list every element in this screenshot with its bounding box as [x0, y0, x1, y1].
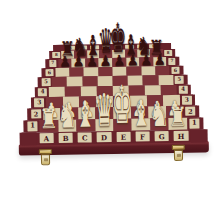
square-f7: ♟: [126, 58, 140, 67]
square-g5: [143, 75, 158, 85]
square-b1: ♞: [58, 119, 77, 132]
piece-black-pawn: ♟: [86, 53, 98, 68]
rank-label-left-7: 7: [47, 59, 58, 68]
rank-label-right-4: 4: [177, 84, 190, 95]
chess-set: ABCDEFGH8♜♞♝♛♚♝♞♜87♟♟♟♟♟♟♟♟7665544332♟♟♟…: [0, 0, 220, 200]
square-h7: ♟: [153, 57, 167, 66]
rank-label-right-5-label: 5: [175, 76, 184, 84]
frame-corner: [22, 132, 37, 145]
square-e1: ♚: [113, 118, 132, 131]
square-h5: [158, 75, 173, 85]
square-a7: ♟: [58, 59, 72, 68]
chess-board: ABCDEFGH8♜♞♝♛♚♝♞♜87♟♟♟♟♟♟♟♟7665544332♟♟♟…: [18, 42, 208, 145]
brass-clasp-right-icon: [172, 145, 185, 163]
square-a1: ♜: [40, 120, 59, 133]
piece-black-pawn: ♟: [127, 52, 139, 67]
square-e7: ♟: [112, 58, 126, 67]
piece-black-pawn: ♟: [140, 52, 152, 67]
piece-black-pawn: ♟: [100, 53, 112, 68]
clasp-hasp: [41, 154, 50, 165]
rank-label-right-4-label: 4: [178, 85, 187, 93]
square-a4: [49, 86, 65, 97]
rank-label-left-5: 5: [40, 77, 52, 87]
square-h6: [155, 66, 170, 75]
square-g1: ♞: [150, 118, 169, 131]
square-h1: ♜: [169, 117, 188, 130]
file-label-e: E: [114, 130, 133, 143]
square-b6: [69, 67, 84, 76]
square-c6: [84, 67, 99, 76]
file-label-b: B: [56, 131, 75, 144]
rank-label-left-7-label: 7: [49, 60, 57, 67]
file-label-g-label: G: [155, 131, 169, 142]
square-c7: ♟: [85, 58, 99, 67]
piece-black-pawn: ♟: [113, 52, 125, 67]
rank-label-right-7: 7: [167, 57, 178, 66]
square-a6: [55, 67, 70, 76]
rank-label-right-6-label: 6: [171, 66, 179, 74]
rank-label-left-4-label: 4: [38, 88, 47, 96]
square-f1: ♝: [132, 118, 151, 131]
clasp-hasp: [174, 150, 183, 161]
rank-label-right-5: 5: [173, 75, 185, 85]
file-label-h-label: H: [174, 131, 188, 142]
rank-label-right-7-label: 7: [168, 58, 176, 65]
square-a5: [52, 77, 67, 87]
file-label-d-label: D: [97, 132, 111, 143]
file-label-e-label: E: [116, 132, 130, 143]
brass-clasp-left-icon: [39, 149, 52, 167]
rank-label-left-4: 4: [36, 87, 49, 98]
square-c1: ♝: [76, 119, 95, 132]
square-d1: ♛: [95, 119, 114, 132]
rank-label-left-6-label: 6: [45, 69, 53, 77]
file-label-a: A: [37, 132, 56, 145]
piece-black-pawn: ♟: [154, 52, 166, 67]
rank-label-right-1-label: 1: [189, 118, 200, 128]
file-label-f: F: [133, 130, 152, 143]
rank-label-left-1-label: 1: [27, 121, 38, 131]
file-label-b-label: B: [58, 133, 72, 144]
piece-black-pawn: ♟: [72, 53, 84, 68]
rank-label-left-1: 1: [25, 120, 40, 132]
file-label-a-label: A: [39, 133, 53, 144]
piece-white-king: ♚: [111, 79, 133, 132]
piece-white-knight: ♞: [149, 98, 170, 131]
piece-white-rook: ♜: [39, 106, 58, 133]
file-label-f-label: F: [135, 131, 149, 142]
file-label-g: G: [152, 130, 171, 143]
piece-black-pawn: ♟: [59, 53, 71, 68]
chess-set-photo: ABCDEFGH8♜♞♝♛♚♝♞♜87♟♟♟♟♟♟♟♟7665544332♟♟♟…: [0, 0, 220, 200]
file-label-c: C: [75, 131, 94, 144]
square-g7: ♟: [139, 57, 153, 66]
frame-corner: [191, 129, 206, 142]
rank-label-right-1: 1: [187, 117, 202, 129]
piece-white-bishop: ♝: [76, 96, 96, 132]
square-g6: [141, 66, 156, 75]
rank-label-left-5-label: 5: [42, 78, 51, 86]
square-d7: ♟: [99, 58, 113, 67]
square-h4: [161, 84, 177, 95]
rank-label-right-6: 6: [170, 65, 181, 74]
square-b5: [67, 76, 82, 86]
file-label-h: H: [171, 129, 190, 142]
file-label-d: D: [94, 131, 113, 144]
file-label-c-label: C: [78, 132, 92, 143]
piece-white-rook: ♜: [168, 104, 187, 131]
rank-label-left-6: 6: [44, 68, 55, 77]
square-b7: ♟: [72, 58, 86, 67]
